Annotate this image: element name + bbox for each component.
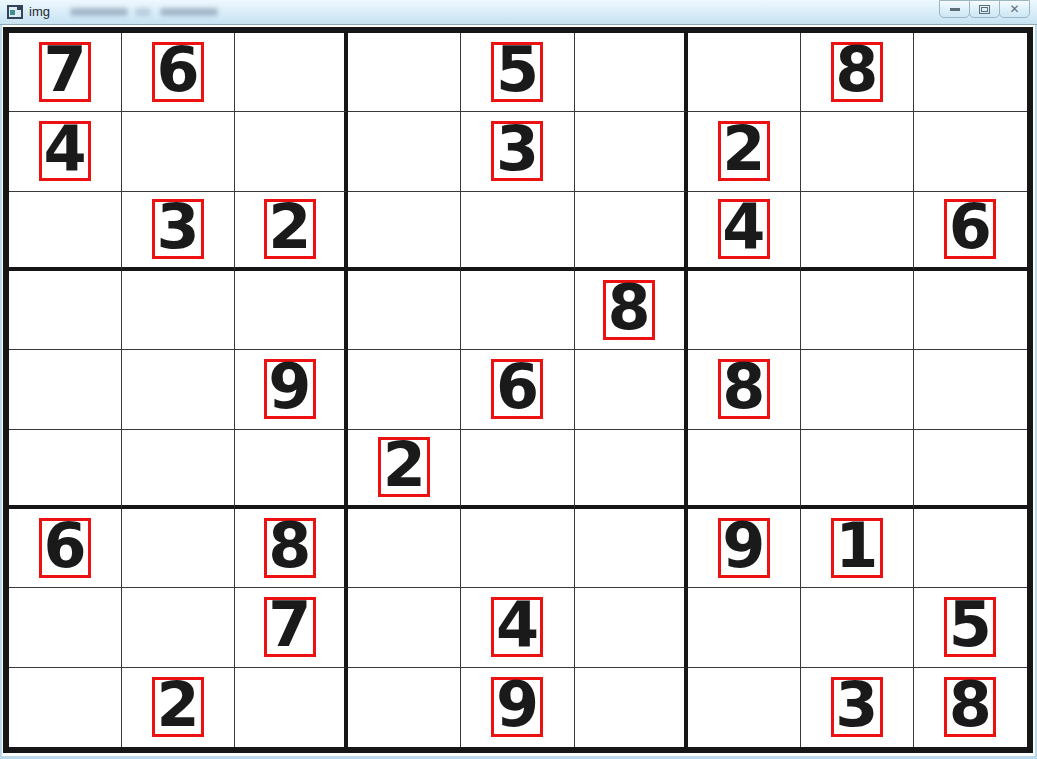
- cell-r4c3: [235, 271, 348, 350]
- maximize-button[interactable]: [969, 0, 1000, 18]
- given-digit-9: 9: [264, 359, 316, 419]
- cell-r1c4: [348, 33, 461, 112]
- cell-r7c7: 9: [688, 509, 801, 588]
- cell-r8c1: [9, 588, 122, 667]
- cell-r6c3: [235, 430, 348, 509]
- cell-r6c7: [688, 430, 801, 509]
- cell-r6c9: [914, 430, 1027, 509]
- given-digit-6: 6: [152, 42, 204, 102]
- cell-r5c2: [122, 350, 235, 429]
- given-digit-9: 9: [491, 677, 543, 737]
- minimize-button[interactable]: [939, 0, 970, 18]
- cell-r1c6: [575, 33, 688, 112]
- given-digit-2: 2: [718, 121, 770, 181]
- maximize-icon: [979, 5, 990, 14]
- cell-r8c4: [348, 588, 461, 667]
- cell-r6c8: [801, 430, 914, 509]
- cell-r4c4: [348, 271, 461, 350]
- cell-r7c9: [914, 509, 1027, 588]
- given-digit-8: 8: [944, 677, 996, 737]
- cell-r7c6: [575, 509, 688, 588]
- given-digit-1: 1: [831, 518, 883, 578]
- cell-r7c2: [122, 509, 235, 588]
- cell-r6c1: [9, 430, 122, 509]
- given-digit-9: 9: [718, 518, 770, 578]
- cell-r2c5: 3: [461, 112, 574, 191]
- cell-r2c3: [235, 112, 348, 191]
- given-digit-6: 6: [39, 518, 91, 578]
- cell-r5c9: [914, 350, 1027, 429]
- cell-r2c8: [801, 112, 914, 191]
- cell-r9c7: [688, 668, 801, 747]
- cell-r7c8: 1: [801, 509, 914, 588]
- cell-r1c5: 5: [461, 33, 574, 112]
- cell-r2c6: [575, 112, 688, 191]
- cell-r8c7: [688, 588, 801, 667]
- cell-r9c4: [348, 668, 461, 747]
- cell-r1c9: [914, 33, 1027, 112]
- cell-r8c9: 5: [914, 588, 1027, 667]
- cell-r9c6: [575, 668, 688, 747]
- cell-r5c8: [801, 350, 914, 429]
- cell-r2c9: [914, 112, 1027, 191]
- cell-r2c2: [122, 112, 235, 191]
- cell-r8c2: [122, 588, 235, 667]
- cell-r9c9: 8: [914, 668, 1027, 747]
- cell-r9c1: [9, 668, 122, 747]
- cell-r3c5: [461, 192, 574, 271]
- cell-r3c7: 4: [688, 192, 801, 271]
- blurred-watermark-text: [70, 8, 128, 16]
- cell-r9c5: 9: [461, 668, 574, 747]
- cell-r6c6: [575, 430, 688, 509]
- given-digit-2: 2: [264, 199, 316, 259]
- cell-r6c4: 2: [348, 430, 461, 509]
- cell-r2c1: 4: [9, 112, 122, 191]
- cell-r4c6: 8: [575, 271, 688, 350]
- cell-r6c5: [461, 430, 574, 509]
- cell-r9c3: [235, 668, 348, 747]
- cell-r6c2: [122, 430, 235, 509]
- cell-r3c6: [575, 192, 688, 271]
- cell-r4c9: [914, 271, 1027, 350]
- cell-r4c7: [688, 271, 801, 350]
- cell-r2c7: 2: [688, 112, 801, 191]
- given-digit-2: 2: [378, 437, 430, 497]
- given-digit-3: 3: [152, 199, 204, 259]
- cell-r3c1: [9, 192, 122, 271]
- given-digit-4: 4: [718, 199, 770, 259]
- cell-r5c1: [9, 350, 122, 429]
- cell-r1c7: [688, 33, 801, 112]
- window: { "window": { "title": "img", "controls"…: [0, 0, 1037, 759]
- given-digit-8: 8: [718, 359, 770, 419]
- cell-r2c4: [348, 112, 461, 191]
- given-digit-7: 7: [39, 42, 91, 102]
- window-controls: ✕: [940, 0, 1030, 18]
- cell-r5c3: 9: [235, 350, 348, 429]
- given-digit-6: 6: [944, 199, 996, 259]
- given-digit-3: 3: [491, 121, 543, 181]
- minimize-icon: [950, 8, 960, 11]
- image-file-icon: [7, 5, 23, 19]
- cell-r3c2: 3: [122, 192, 235, 271]
- given-digit-7: 7: [264, 597, 316, 657]
- cell-r3c3: 2: [235, 192, 348, 271]
- given-digit-5: 5: [491, 42, 543, 102]
- cell-r4c1: [9, 271, 122, 350]
- blurred-watermark-text: [135, 8, 151, 16]
- cell-r8c8: [801, 588, 914, 667]
- cell-r1c1: 7: [9, 33, 122, 112]
- given-digit-6: 6: [491, 359, 543, 419]
- cell-r8c5: 4: [461, 588, 574, 667]
- sudoku-board: 765843232468968268917452938: [3, 27, 1033, 753]
- cell-r7c1: 6: [9, 509, 122, 588]
- cell-r3c8: [801, 192, 914, 271]
- cell-r4c2: [122, 271, 235, 350]
- cell-r1c8: 8: [801, 33, 914, 112]
- blurred-watermark-text: [160, 8, 218, 16]
- window-title: img: [29, 4, 50, 19]
- cell-r8c3: 7: [235, 588, 348, 667]
- cell-r7c5: [461, 509, 574, 588]
- given-digit-2: 2: [152, 677, 204, 737]
- cell-r4c8: [801, 271, 914, 350]
- close-button[interactable]: ✕: [999, 0, 1030, 18]
- cell-r8c6: [575, 588, 688, 667]
- given-digit-8: 8: [264, 518, 316, 578]
- cell-r9c8: 3: [801, 668, 914, 747]
- given-digit-8: 8: [831, 42, 883, 102]
- given-digit-4: 4: [39, 121, 91, 181]
- cell-r5c5: 6: [461, 350, 574, 429]
- given-digit-5: 5: [944, 597, 996, 657]
- cell-r5c4: [348, 350, 461, 429]
- given-digit-4: 4: [491, 597, 543, 657]
- window-content: 765843232468968268917452938: [2, 25, 1035, 756]
- cell-r7c3: 8: [235, 509, 348, 588]
- cell-r3c9: 6: [914, 192, 1027, 271]
- given-digit-8: 8: [603, 280, 655, 340]
- cell-r7c4: [348, 509, 461, 588]
- cell-r5c6: [575, 350, 688, 429]
- window-titlebar[interactable]: img ✕: [0, 0, 1037, 25]
- cell-r4c5: [461, 271, 574, 350]
- cell-r1c2: 6: [122, 33, 235, 112]
- cell-r5c7: 8: [688, 350, 801, 429]
- cell-r1c3: [235, 33, 348, 112]
- cell-r3c4: [348, 192, 461, 271]
- cell-r9c2: 2: [122, 668, 235, 747]
- given-digit-3: 3: [831, 677, 883, 737]
- close-icon: ✕: [1009, 3, 1019, 15]
